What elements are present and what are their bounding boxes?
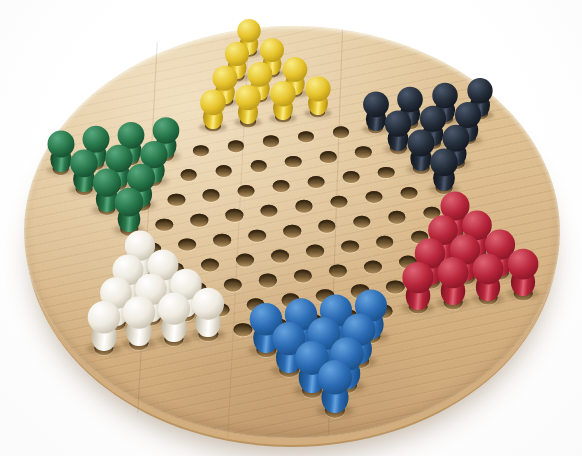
peg-green[interactable] xyxy=(114,188,145,232)
peg-head xyxy=(200,89,226,115)
peg-red[interactable] xyxy=(472,253,505,301)
peg-head xyxy=(317,360,351,394)
peg-white[interactable] xyxy=(121,297,156,347)
peg-yellow[interactable] xyxy=(234,85,261,124)
peg-head xyxy=(122,297,154,329)
peg-black[interactable] xyxy=(429,149,459,191)
peg-white[interactable] xyxy=(156,292,191,342)
photo-background xyxy=(0,0,582,456)
peg-head xyxy=(157,292,189,324)
peg-head xyxy=(260,38,284,62)
peg-red[interactable] xyxy=(401,262,434,310)
peg-yellow[interactable] xyxy=(304,76,331,115)
peg-blue[interactable] xyxy=(316,360,353,413)
pegs-layer xyxy=(0,0,582,456)
peg-white[interactable] xyxy=(86,301,121,351)
peg-head xyxy=(430,149,458,177)
peg-head xyxy=(305,76,330,101)
peg-red[interactable] xyxy=(437,258,470,306)
peg-red[interactable] xyxy=(507,249,540,296)
peg-head xyxy=(235,85,261,111)
peg-head xyxy=(87,301,120,334)
peg-head xyxy=(403,262,434,293)
peg-head xyxy=(270,81,295,106)
peg-white[interactable] xyxy=(191,288,225,337)
peg-head xyxy=(192,288,224,320)
peg-head xyxy=(238,19,261,42)
peg-head xyxy=(468,78,493,103)
peg-yellow[interactable] xyxy=(199,89,227,128)
peg-yellow[interactable] xyxy=(269,81,296,120)
peg-head xyxy=(115,188,144,217)
peg-head xyxy=(152,117,179,144)
peg-head xyxy=(473,253,504,284)
